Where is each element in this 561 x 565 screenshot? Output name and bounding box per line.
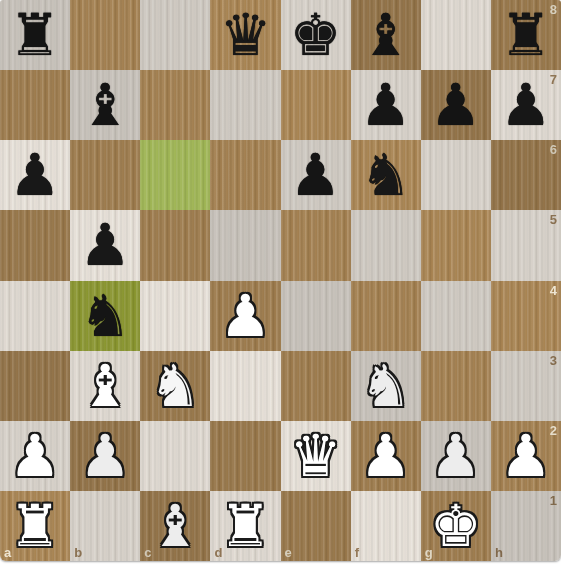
square-b1[interactable]: b: [70, 491, 140, 561]
piece-white-pawn[interactable]: ♟: [79, 421, 131, 491]
square-e3[interactable]: [281, 351, 351, 421]
piece-white-bishop[interactable]: ♝: [149, 491, 201, 561]
square-c2[interactable]: [140, 421, 210, 491]
piece-black-pawn[interactable]: ♟: [360, 70, 412, 140]
square-h3[interactable]: 3: [491, 351, 561, 421]
piece-black-knight[interactable]: ♞: [360, 140, 412, 210]
square-d8[interactable]: ♛: [210, 0, 280, 70]
coord-file-a: a: [4, 545, 11, 560]
square-f3[interactable]: ♞: [351, 351, 421, 421]
piece-white-pawn[interactable]: ♟: [9, 421, 61, 491]
chess-board: ♜♛♚♝♜8♝♟♟♟7♟♟♞6♟5♞♟4♝♞♞3♟♟♛♟♟♟2♜ab♝c♜def…: [0, 0, 561, 561]
square-g8[interactable]: [421, 0, 491, 70]
coord-file-g: g: [425, 545, 433, 560]
piece-black-pawn[interactable]: ♟: [430, 70, 482, 140]
coord-rank-5: 5: [550, 212, 557, 227]
square-g5[interactable]: [421, 210, 491, 280]
square-g1[interactable]: ♚g: [421, 491, 491, 561]
piece-white-pawn[interactable]: ♟: [360, 421, 412, 491]
coord-file-e: e: [285, 545, 292, 560]
coord-rank-2: 2: [550, 423, 557, 438]
square-d3[interactable]: [210, 351, 280, 421]
piece-white-rook[interactable]: ♜: [219, 491, 271, 561]
square-h6[interactable]: 6: [491, 140, 561, 210]
square-c5[interactable]: [140, 210, 210, 280]
square-h7[interactable]: ♟7: [491, 70, 561, 140]
square-b6[interactable]: [70, 140, 140, 210]
square-b7[interactable]: ♝: [70, 70, 140, 140]
square-a3[interactable]: [0, 351, 70, 421]
square-e1[interactable]: e: [281, 491, 351, 561]
piece-black-queen[interactable]: ♛: [219, 0, 271, 70]
square-f1[interactable]: f: [351, 491, 421, 561]
coord-rank-4: 4: [550, 283, 557, 298]
square-h8[interactable]: ♜8: [491, 0, 561, 70]
square-a5[interactable]: [0, 210, 70, 280]
coord-rank-6: 6: [550, 142, 557, 157]
square-g3[interactable]: [421, 351, 491, 421]
coord-rank-3: 3: [550, 353, 557, 368]
coord-rank-8: 8: [550, 2, 557, 17]
square-g4[interactable]: [421, 281, 491, 351]
piece-black-bishop[interactable]: ♝: [79, 70, 131, 140]
square-b2[interactable]: ♟: [70, 421, 140, 491]
piece-white-pawn[interactable]: ♟: [500, 421, 552, 491]
piece-black-knight[interactable]: ♞: [79, 281, 131, 351]
square-f7[interactable]: ♟: [351, 70, 421, 140]
piece-white-pawn[interactable]: ♟: [219, 281, 271, 351]
square-e6[interactable]: ♟: [281, 140, 351, 210]
square-b3[interactable]: ♝: [70, 351, 140, 421]
square-h1[interactable]: 1h: [491, 491, 561, 561]
square-e2[interactable]: ♛: [281, 421, 351, 491]
square-e7[interactable]: [281, 70, 351, 140]
coord-file-d: d: [214, 545, 222, 560]
square-d2[interactable]: [210, 421, 280, 491]
square-f2[interactable]: ♟: [351, 421, 421, 491]
square-c7[interactable]: [140, 70, 210, 140]
square-c8[interactable]: [140, 0, 210, 70]
square-b4[interactable]: ♞: [70, 281, 140, 351]
square-c1[interactable]: ♝c: [140, 491, 210, 561]
square-a7[interactable]: [0, 70, 70, 140]
square-e8[interactable]: ♚: [281, 0, 351, 70]
piece-black-rook[interactable]: ♜: [500, 0, 552, 70]
page-background: ♜♛♚♝♜8♝♟♟♟7♟♟♞6♟5♞♟4♝♞♞3♟♟♛♟♟♟2♜ab♝c♜def…: [0, 0, 561, 565]
coord-rank-7: 7: [550, 72, 557, 87]
square-d7[interactable]: [210, 70, 280, 140]
piece-white-rook[interactable]: ♜: [9, 491, 61, 561]
coord-file-f: f: [355, 545, 359, 560]
piece-black-pawn[interactable]: ♟: [290, 140, 342, 210]
square-g2[interactable]: ♟: [421, 421, 491, 491]
piece-white-king[interactable]: ♚: [430, 491, 482, 561]
square-a2[interactable]: ♟: [0, 421, 70, 491]
square-f4[interactable]: [351, 281, 421, 351]
square-d1[interactable]: ♜d: [210, 491, 280, 561]
coord-file-b: b: [74, 545, 82, 560]
square-a8[interactable]: ♜: [0, 0, 70, 70]
piece-black-pawn[interactable]: ♟: [9, 140, 61, 210]
square-f8[interactable]: ♝: [351, 0, 421, 70]
square-e5[interactable]: [281, 210, 351, 280]
square-d6[interactable]: [210, 140, 280, 210]
square-a6[interactable]: ♟: [0, 140, 70, 210]
square-b5[interactable]: ♟: [70, 210, 140, 280]
square-d5[interactable]: [210, 210, 280, 280]
piece-white-knight[interactable]: ♞: [149, 351, 201, 421]
piece-white-pawn[interactable]: ♟: [430, 421, 482, 491]
square-h2[interactable]: ♟2: [491, 421, 561, 491]
square-a4[interactable]: [0, 281, 70, 351]
square-b8[interactable]: [70, 0, 140, 70]
coord-file-c: c: [144, 545, 151, 560]
square-g6[interactable]: [421, 140, 491, 210]
square-h4[interactable]: 4: [491, 281, 561, 351]
square-h5[interactable]: 5: [491, 210, 561, 280]
piece-black-rook[interactable]: ♜: [9, 0, 61, 70]
piece-black-pawn[interactable]: ♟: [79, 210, 131, 280]
coord-file-h: h: [495, 545, 503, 560]
square-d4[interactable]: ♟: [210, 281, 280, 351]
square-e4[interactable]: [281, 281, 351, 351]
piece-black-bishop[interactable]: ♝: [360, 0, 412, 70]
square-g7[interactable]: ♟: [421, 70, 491, 140]
square-c6[interactable]: [140, 140, 210, 210]
square-f6[interactable]: ♞: [351, 140, 421, 210]
square-f5[interactable]: [351, 210, 421, 280]
square-c3[interactable]: ♞: [140, 351, 210, 421]
coord-rank-1: 1: [550, 493, 557, 508]
piece-black-pawn[interactable]: ♟: [500, 70, 552, 140]
square-c4[interactable]: [140, 281, 210, 351]
piece-white-queen[interactable]: ♛: [290, 421, 342, 491]
piece-white-bishop[interactable]: ♝: [79, 351, 131, 421]
piece-black-king[interactable]: ♚: [290, 0, 342, 70]
piece-white-knight[interactable]: ♞: [360, 351, 412, 421]
square-a1[interactable]: ♜a: [0, 491, 70, 561]
